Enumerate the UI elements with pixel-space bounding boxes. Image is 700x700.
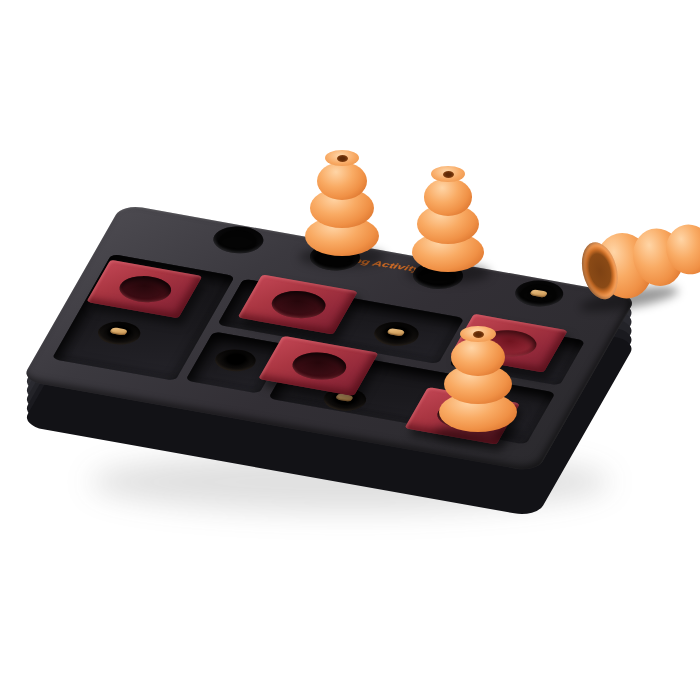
treat[interactable]: [109, 327, 128, 336]
treat[interactable]: [386, 328, 405, 337]
hole-4: [509, 277, 569, 310]
cone-cap: [460, 326, 496, 342]
cone-standing-left[interactable]: [305, 150, 379, 256]
cone-on-block[interactable]: [439, 324, 517, 432]
product-photo-scene: Dog Activity®: [0, 0, 700, 700]
cone-standing-right[interactable]: [412, 168, 484, 272]
cone-cap-hole: [337, 155, 348, 162]
cone-bulge-top: [317, 162, 367, 200]
block-lower-center-recess: [286, 349, 352, 383]
cone-cap-hole: [443, 171, 454, 178]
cone-cap-hole: [473, 331, 484, 338]
cone-lying[interactable]: [576, 215, 700, 308]
block-left-track-recess: [114, 272, 178, 305]
cone-bulge-top: [451, 338, 504, 376]
cone-cap: [431, 166, 464, 182]
treat[interactable]: [529, 289, 548, 298]
cone-cap: [325, 150, 359, 166]
hole-1: [207, 223, 269, 257]
block-upper-center-recess: [266, 287, 332, 321]
cone-bulge-top: [424, 178, 473, 216]
